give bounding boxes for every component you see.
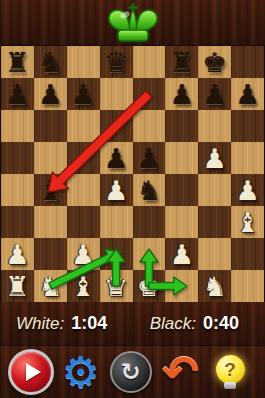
square-d6[interactable] [100, 110, 133, 142]
chess-board: ♜♞♛♜♚♟♟♟♟♟♟♟♟♟♝♟♞♟♝♟♟♟♜♞♝♛♚♞ [1, 46, 264, 302]
white-pawn: ♟ [165, 238, 198, 270]
square-c3[interactable] [67, 206, 100, 238]
play-icon [8, 349, 54, 395]
square-f1[interactable] [165, 270, 198, 302]
black-king: ♚ [198, 46, 231, 78]
square-g3[interactable] [198, 206, 231, 238]
white-rook: ♜ [1, 270, 34, 302]
play-button[interactable] [8, 349, 54, 395]
white-pawn: ♟ [231, 174, 264, 206]
black-pawn: ♟ [67, 78, 100, 110]
white-bishop: ♝ [67, 270, 100, 302]
square-a7[interactable]: ♟ [1, 78, 34, 110]
square-c1[interactable]: ♝ [67, 270, 100, 302]
bottom-toolbar: ⚙ ↻ ↶ ? [0, 345, 265, 398]
square-g5[interactable]: ♟ [198, 142, 231, 174]
hint-button[interactable]: ? [207, 349, 253, 395]
square-e2[interactable] [133, 238, 166, 270]
square-e3[interactable] [133, 206, 166, 238]
black-rook: ♜ [165, 46, 198, 78]
square-b4[interactable]: ♝ [34, 174, 67, 206]
square-c8[interactable] [67, 46, 100, 78]
square-g1[interactable]: ♞ [198, 270, 231, 302]
black-pawn: ♟ [1, 78, 34, 110]
square-d1[interactable]: ♛ [100, 270, 133, 302]
square-c6[interactable] [67, 110, 100, 142]
square-f5[interactable] [165, 142, 198, 174]
settings-button[interactable]: ⚙ [58, 349, 104, 395]
black-clock-label: Black: [150, 314, 196, 334]
white-clock: White: 1:04 [16, 313, 107, 334]
square-b8[interactable]: ♞ [34, 46, 67, 78]
square-f7[interactable]: ♟ [165, 78, 198, 110]
circular-arrows-icon: ↻ [110, 351, 152, 393]
square-e6[interactable] [133, 110, 166, 142]
green-king-crown-icon [104, 2, 162, 44]
square-c4[interactable] [67, 174, 100, 206]
square-e1[interactable]: ♚ [133, 270, 166, 302]
square-a8[interactable]: ♜ [1, 46, 34, 78]
white-clock-time: 1:04 [71, 313, 107, 334]
square-b1[interactable]: ♞ [34, 270, 67, 302]
square-h2[interactable] [231, 238, 264, 270]
square-d5[interactable]: ♟ [100, 142, 133, 174]
square-e4[interactable]: ♞ [133, 174, 166, 206]
square-h6[interactable] [231, 110, 264, 142]
switch-sides-button[interactable]: ↻ [108, 349, 154, 395]
square-a4[interactable] [1, 174, 34, 206]
square-a3[interactable] [1, 206, 34, 238]
white-queen: ♛ [100, 270, 133, 302]
square-e5[interactable]: ♟ [133, 142, 166, 174]
square-d2[interactable] [100, 238, 133, 270]
gear-icon: ⚙ [61, 349, 100, 395]
black-pawn: ♟ [198, 78, 231, 110]
square-a6[interactable] [1, 110, 34, 142]
square-h1[interactable] [231, 270, 264, 302]
black-pawn: ♟ [100, 142, 133, 174]
square-h7[interactable]: ♟ [231, 78, 264, 110]
white-pawn: ♟ [67, 238, 100, 270]
square-f2[interactable]: ♟ [165, 238, 198, 270]
black-clock: Black: 0:40 [150, 313, 239, 334]
square-a2[interactable]: ♟ [1, 238, 34, 270]
black-bishop: ♝ [34, 174, 67, 206]
square-c2[interactable]: ♟ [67, 238, 100, 270]
square-h5[interactable] [231, 142, 264, 174]
square-d7[interactable] [100, 78, 133, 110]
square-a5[interactable] [1, 142, 34, 174]
white-king: ♚ [133, 270, 166, 302]
square-f6[interactable] [165, 110, 198, 142]
square-d3[interactable] [100, 206, 133, 238]
square-g2[interactable] [198, 238, 231, 270]
black-queen: ♛ [100, 46, 133, 78]
clock-bar: White: 1:04 Black: 0:40 [0, 302, 265, 345]
square-b5[interactable] [34, 142, 67, 174]
square-b6[interactable] [34, 110, 67, 142]
square-f8[interactable]: ♜ [165, 46, 198, 78]
square-c7[interactable]: ♟ [67, 78, 100, 110]
black-clock-time: 0:40 [203, 313, 239, 334]
black-knight: ♞ [133, 174, 166, 206]
white-knight: ♞ [34, 270, 67, 302]
square-f4[interactable] [165, 174, 198, 206]
square-d4[interactable]: ♟ [100, 174, 133, 206]
white-pawn: ♟ [198, 142, 231, 174]
square-c5[interactable] [67, 142, 100, 174]
undo-button[interactable]: ↶ [157, 349, 203, 395]
square-h4[interactable]: ♟ [231, 174, 264, 206]
top-bar [0, 0, 265, 46]
white-pawn: ♟ [1, 238, 34, 270]
square-d8[interactable]: ♛ [100, 46, 133, 78]
square-h8[interactable] [231, 46, 264, 78]
square-e8[interactable] [133, 46, 166, 78]
black-pawn: ♟ [133, 142, 166, 174]
square-f3[interactable] [165, 206, 198, 238]
black-pawn: ♟ [165, 78, 198, 110]
square-e7[interactable] [133, 78, 166, 110]
undo-arrow-icon: ↶ [162, 349, 199, 395]
square-b2[interactable] [34, 238, 67, 270]
square-h3[interactable]: ♝ [231, 206, 264, 238]
square-b3[interactable] [34, 206, 67, 238]
white-bishop: ♝ [231, 206, 264, 238]
square-g4[interactable] [198, 174, 231, 206]
chess-app-screen: ♜♞♛♜♚♟♟♟♟♟♟♟♟♟♝♟♞♟♝♟♟♟♜♞♝♛♚♞ White: 1:04… [0, 0, 265, 398]
black-knight: ♞ [34, 46, 67, 78]
lightbulb-question-icon: ? [216, 355, 245, 389]
black-pawn: ♟ [231, 78, 264, 110]
square-g7[interactable]: ♟ [198, 78, 231, 110]
white-clock-label: White: [16, 314, 64, 334]
square-a1[interactable]: ♜ [1, 270, 34, 302]
black-pawn: ♟ [34, 78, 67, 110]
white-pawn: ♟ [100, 174, 133, 206]
black-rook: ♜ [1, 46, 34, 78]
white-knight: ♞ [198, 270, 231, 302]
square-g8[interactable]: ♚ [198, 46, 231, 78]
square-b7[interactable]: ♟ [34, 78, 67, 110]
square-g6[interactable] [198, 110, 231, 142]
